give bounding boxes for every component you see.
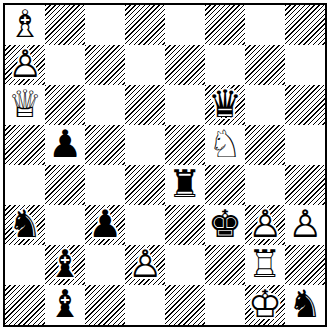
square-a4[interactable] bbox=[5, 165, 45, 205]
square-a6[interactable]: ♛♕ bbox=[5, 85, 45, 125]
square-f6[interactable]: ♛♛ bbox=[205, 85, 245, 125]
white-pawn-outline-glyph: ♙ bbox=[8, 45, 42, 83]
square-g2[interactable]: ♜♖ bbox=[245, 245, 285, 285]
black-pawn-outline-glyph: ♟ bbox=[48, 125, 82, 163]
square-f5[interactable]: ♞♘ bbox=[205, 125, 245, 165]
piece-white-queen: ♛♕ bbox=[5, 85, 45, 125]
piece-white-knight: ♞♘ bbox=[205, 125, 245, 165]
square-f7[interactable] bbox=[205, 45, 245, 85]
square-g4[interactable] bbox=[245, 165, 285, 205]
white-queen-outline-glyph: ♕ bbox=[8, 85, 42, 123]
square-f2[interactable] bbox=[205, 245, 245, 285]
square-g7[interactable] bbox=[245, 45, 285, 85]
square-f1[interactable] bbox=[205, 285, 245, 325]
chess-board: ♝♗♟♙♛♕♛♛♟♟♞♘♜♜♞♞♟♟♚♚♟♙♟♙♝♝♟♙♜♖♝♝♚♔♞♞ bbox=[5, 5, 325, 325]
square-c4[interactable] bbox=[85, 165, 125, 205]
square-e2[interactable] bbox=[165, 245, 205, 285]
piece-black-knight: ♞♞ bbox=[285, 285, 325, 325]
square-e1[interactable] bbox=[165, 285, 205, 325]
square-b6[interactable] bbox=[45, 85, 85, 125]
square-d6[interactable] bbox=[125, 85, 165, 125]
piece-white-pawn: ♟♙ bbox=[285, 205, 325, 245]
square-f8[interactable] bbox=[205, 5, 245, 45]
piece-white-pawn: ♟♙ bbox=[5, 45, 45, 85]
square-h8[interactable] bbox=[285, 5, 325, 45]
white-pawn-outline-glyph: ♙ bbox=[248, 205, 282, 243]
square-c6[interactable] bbox=[85, 85, 125, 125]
square-b3[interactable] bbox=[45, 205, 85, 245]
square-d8[interactable] bbox=[125, 5, 165, 45]
square-f3[interactable]: ♚♚ bbox=[205, 205, 245, 245]
square-h4[interactable] bbox=[285, 165, 325, 205]
black-knight-outline-glyph: ♞ bbox=[288, 285, 322, 323]
square-h1[interactable]: ♞♞ bbox=[285, 285, 325, 325]
black-bishop-outline-glyph: ♝ bbox=[48, 285, 82, 323]
black-rook-outline-glyph: ♜ bbox=[168, 165, 202, 203]
square-a8[interactable]: ♝♗ bbox=[5, 5, 45, 45]
piece-black-pawn: ♟♟ bbox=[45, 125, 85, 165]
piece-white-king: ♚♔ bbox=[245, 285, 285, 325]
board-border: ♝♗♟♙♛♕♛♛♟♟♞♘♜♜♞♞♟♟♚♚♟♙♟♙♝♝♟♙♜♖♝♝♚♔♞♞ bbox=[3, 3, 327, 327]
piece-black-king: ♚♚ bbox=[205, 205, 245, 245]
black-bishop-outline-glyph: ♝ bbox=[48, 245, 82, 283]
white-pawn-outline-glyph: ♙ bbox=[128, 245, 162, 283]
square-b7[interactable] bbox=[45, 45, 85, 85]
piece-black-rook: ♜♜ bbox=[165, 165, 205, 205]
black-pawn-outline-glyph: ♟ bbox=[88, 205, 122, 243]
square-h7[interactable] bbox=[285, 45, 325, 85]
square-g6[interactable] bbox=[245, 85, 285, 125]
white-knight-outline-glyph: ♘ bbox=[208, 125, 242, 163]
square-d4[interactable] bbox=[125, 165, 165, 205]
square-b5[interactable]: ♟♟ bbox=[45, 125, 85, 165]
square-a5[interactable] bbox=[5, 125, 45, 165]
square-b4[interactable] bbox=[45, 165, 85, 205]
square-e8[interactable] bbox=[165, 5, 205, 45]
piece-black-knight: ♞♞ bbox=[5, 205, 45, 245]
chess-diagram: ♝♗♟♙♛♕♛♛♟♟♞♘♜♜♞♞♟♟♚♚♟♙♟♙♝♝♟♙♜♖♝♝♚♔♞♞ bbox=[0, 0, 332, 332]
square-f4[interactable] bbox=[205, 165, 245, 205]
square-a1[interactable] bbox=[5, 285, 45, 325]
square-h5[interactable] bbox=[285, 125, 325, 165]
square-c2[interactable] bbox=[85, 245, 125, 285]
black-queen-outline-glyph: ♛ bbox=[208, 85, 242, 123]
square-g1[interactable]: ♚♔ bbox=[245, 285, 285, 325]
square-e3[interactable] bbox=[165, 205, 205, 245]
square-c1[interactable] bbox=[85, 285, 125, 325]
square-g3[interactable]: ♟♙ bbox=[245, 205, 285, 245]
piece-white-bishop: ♝♗ bbox=[5, 5, 45, 45]
square-b8[interactable] bbox=[45, 5, 85, 45]
white-rook-outline-glyph: ♖ bbox=[248, 245, 282, 283]
piece-white-rook: ♜♖ bbox=[245, 245, 285, 285]
square-d2[interactable]: ♟♙ bbox=[125, 245, 165, 285]
square-d1[interactable] bbox=[125, 285, 165, 325]
piece-black-bishop: ♝♝ bbox=[45, 285, 85, 325]
square-c8[interactable] bbox=[85, 5, 125, 45]
square-h6[interactable] bbox=[285, 85, 325, 125]
piece-black-queen: ♛♛ bbox=[205, 85, 245, 125]
square-g5[interactable] bbox=[245, 125, 285, 165]
square-d3[interactable] bbox=[125, 205, 165, 245]
piece-white-pawn: ♟♙ bbox=[125, 245, 165, 285]
square-e6[interactable] bbox=[165, 85, 205, 125]
white-pawn-outline-glyph: ♙ bbox=[288, 205, 322, 243]
square-a2[interactable] bbox=[5, 245, 45, 285]
square-c3[interactable]: ♟♟ bbox=[85, 205, 125, 245]
square-a7[interactable]: ♟♙ bbox=[5, 45, 45, 85]
piece-black-pawn: ♟♟ bbox=[85, 205, 125, 245]
square-b1[interactable]: ♝♝ bbox=[45, 285, 85, 325]
square-d5[interactable] bbox=[125, 125, 165, 165]
white-king-outline-glyph: ♔ bbox=[248, 285, 282, 323]
square-a3[interactable]: ♞♞ bbox=[5, 205, 45, 245]
square-c7[interactable] bbox=[85, 45, 125, 85]
square-h3[interactable]: ♟♙ bbox=[285, 205, 325, 245]
square-e5[interactable] bbox=[165, 125, 205, 165]
square-g8[interactable] bbox=[245, 5, 285, 45]
piece-white-pawn: ♟♙ bbox=[245, 205, 285, 245]
black-knight-outline-glyph: ♞ bbox=[8, 205, 42, 243]
square-e4[interactable]: ♜♜ bbox=[165, 165, 205, 205]
square-h2[interactable] bbox=[285, 245, 325, 285]
square-b2[interactable]: ♝♝ bbox=[45, 245, 85, 285]
square-c5[interactable] bbox=[85, 125, 125, 165]
black-king-outline-glyph: ♚ bbox=[208, 205, 242, 243]
square-e7[interactable] bbox=[165, 45, 205, 85]
white-bishop-outline-glyph: ♗ bbox=[8, 5, 42, 43]
piece-black-bishop: ♝♝ bbox=[45, 245, 85, 285]
square-d7[interactable] bbox=[125, 45, 165, 85]
